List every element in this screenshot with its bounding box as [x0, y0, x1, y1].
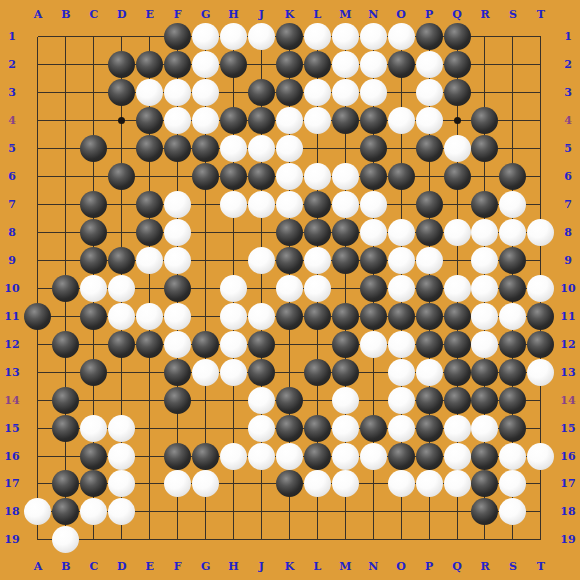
intersection-M4[interactable]: [331, 107, 359, 135]
intersection-D17[interactable]: [108, 470, 136, 498]
intersection-B1[interactable]: [52, 23, 80, 51]
intersection-M9[interactable]: [331, 247, 359, 275]
intersection-N6[interactable]: [359, 163, 387, 191]
intersection-T7[interactable]: [527, 191, 555, 219]
intersection-Q6[interactable]: [443, 163, 471, 191]
intersection-L2[interactable]: [303, 51, 331, 79]
intersection-T2[interactable]: [527, 51, 555, 79]
intersection-C13[interactable]: [80, 358, 108, 386]
intersection-T12[interactable]: [527, 330, 555, 358]
intersection-O15[interactable]: [387, 414, 415, 442]
intersection-B4[interactable]: [52, 107, 80, 135]
intersection-Q10[interactable]: [443, 274, 471, 302]
intersection-L4[interactable]: [303, 107, 331, 135]
intersection-O14[interactable]: [387, 386, 415, 414]
intersection-H4[interactable]: [220, 107, 248, 135]
intersection-F13[interactable]: [164, 358, 192, 386]
intersection-G15[interactable]: [192, 414, 220, 442]
intersection-A17[interactable]: [24, 470, 52, 498]
intersection-J17[interactable]: [248, 470, 276, 498]
intersection-O3[interactable]: [387, 79, 415, 107]
intersection-H12[interactable]: [220, 330, 248, 358]
intersection-T4[interactable]: [527, 107, 555, 135]
intersection-C2[interactable]: [80, 51, 108, 79]
intersection-O17[interactable]: [387, 470, 415, 498]
intersection-B10[interactable]: [52, 274, 80, 302]
intersection-G17[interactable]: [192, 470, 220, 498]
intersection-T17[interactable]: [527, 470, 555, 498]
intersection-A3[interactable]: [24, 79, 52, 107]
intersection-R9[interactable]: [471, 247, 499, 275]
intersection-S1[interactable]: [499, 23, 527, 51]
intersection-O2[interactable]: [387, 51, 415, 79]
intersection-G1[interactable]: [192, 23, 220, 51]
intersection-O9[interactable]: [387, 247, 415, 275]
intersection-D6[interactable]: [108, 163, 136, 191]
intersection-K9[interactable]: [275, 247, 303, 275]
intersection-O11[interactable]: [387, 302, 415, 330]
intersection-K3[interactable]: [275, 79, 303, 107]
intersection-A10[interactable]: [24, 274, 52, 302]
intersection-E17[interactable]: [136, 470, 164, 498]
intersection-S18[interactable]: [499, 498, 527, 526]
intersection-F18[interactable]: [164, 498, 192, 526]
intersection-B14[interactable]: [52, 386, 80, 414]
intersection-K17[interactable]: [275, 470, 303, 498]
intersection-M11[interactable]: [331, 302, 359, 330]
intersection-L3[interactable]: [303, 79, 331, 107]
intersection-A13[interactable]: [24, 358, 52, 386]
intersection-N17[interactable]: [359, 470, 387, 498]
intersection-P16[interactable]: [415, 442, 443, 470]
intersection-R19[interactable]: [471, 526, 499, 554]
intersection-E9[interactable]: [136, 247, 164, 275]
intersection-J10[interactable]: [248, 274, 276, 302]
intersection-J9[interactable]: [248, 247, 276, 275]
intersection-O16[interactable]: [387, 442, 415, 470]
intersection-H17[interactable]: [220, 470, 248, 498]
intersection-T1[interactable]: [527, 23, 555, 51]
intersection-Q2[interactable]: [443, 51, 471, 79]
intersection-C8[interactable]: [80, 219, 108, 247]
intersection-O12[interactable]: [387, 330, 415, 358]
intersection-Q3[interactable]: [443, 79, 471, 107]
intersection-N13[interactable]: [359, 358, 387, 386]
intersection-A14[interactable]: [24, 386, 52, 414]
intersection-Q19[interactable]: [443, 526, 471, 554]
intersection-P6[interactable]: [415, 163, 443, 191]
intersection-L16[interactable]: [303, 442, 331, 470]
intersection-M16[interactable]: [331, 442, 359, 470]
intersection-L17[interactable]: [303, 470, 331, 498]
intersection-E11[interactable]: [136, 302, 164, 330]
intersection-P18[interactable]: [415, 498, 443, 526]
intersection-F10[interactable]: [164, 274, 192, 302]
intersection-H14[interactable]: [220, 386, 248, 414]
intersection-K2[interactable]: [275, 51, 303, 79]
intersection-D3[interactable]: [108, 79, 136, 107]
intersection-D11[interactable]: [108, 302, 136, 330]
intersection-D8[interactable]: [108, 219, 136, 247]
intersection-L15[interactable]: [303, 414, 331, 442]
intersection-P4[interactable]: [415, 107, 443, 135]
intersection-N12[interactable]: [359, 330, 387, 358]
intersection-H6[interactable]: [220, 163, 248, 191]
intersection-H11[interactable]: [220, 302, 248, 330]
intersection-M8[interactable]: [331, 219, 359, 247]
intersection-J15[interactable]: [248, 414, 276, 442]
intersection-G16[interactable]: [192, 442, 220, 470]
intersection-B3[interactable]: [52, 79, 80, 107]
intersection-G14[interactable]: [192, 386, 220, 414]
intersection-R8[interactable]: [471, 219, 499, 247]
intersection-B19[interactable]: [52, 526, 80, 554]
intersection-R11[interactable]: [471, 302, 499, 330]
intersection-N10[interactable]: [359, 274, 387, 302]
intersection-K19[interactable]: [275, 526, 303, 554]
intersection-Q13[interactable]: [443, 358, 471, 386]
intersection-N19[interactable]: [359, 526, 387, 554]
intersection-G4[interactable]: [192, 107, 220, 135]
intersection-T6[interactable]: [527, 163, 555, 191]
intersection-F8[interactable]: [164, 219, 192, 247]
intersection-E19[interactable]: [136, 526, 164, 554]
intersection-P12[interactable]: [415, 330, 443, 358]
intersection-C9[interactable]: [80, 247, 108, 275]
intersection-J11[interactable]: [248, 302, 276, 330]
intersection-H9[interactable]: [220, 247, 248, 275]
intersection-F15[interactable]: [164, 414, 192, 442]
intersection-J19[interactable]: [248, 526, 276, 554]
intersection-F1[interactable]: [164, 23, 192, 51]
intersection-S15[interactable]: [499, 414, 527, 442]
intersection-A15[interactable]: [24, 414, 52, 442]
intersection-E5[interactable]: [136, 135, 164, 163]
intersection-A6[interactable]: [24, 163, 52, 191]
intersection-A7[interactable]: [24, 191, 52, 219]
intersection-B8[interactable]: [52, 219, 80, 247]
intersection-N3[interactable]: [359, 79, 387, 107]
intersection-D1[interactable]: [108, 23, 136, 51]
intersection-A9[interactable]: [24, 247, 52, 275]
intersection-D12[interactable]: [108, 330, 136, 358]
intersection-K4[interactable]: [275, 107, 303, 135]
intersection-S2[interactable]: [499, 51, 527, 79]
intersection-S12[interactable]: [499, 330, 527, 358]
intersection-C6[interactable]: [80, 163, 108, 191]
intersection-S10[interactable]: [499, 274, 527, 302]
intersection-N1[interactable]: [359, 23, 387, 51]
intersection-D19[interactable]: [108, 526, 136, 554]
intersection-O8[interactable]: [387, 219, 415, 247]
intersection-F14[interactable]: [164, 386, 192, 414]
intersection-C10[interactable]: [80, 274, 108, 302]
intersection-S19[interactable]: [499, 526, 527, 554]
intersection-C12[interactable]: [80, 330, 108, 358]
intersection-E8[interactable]: [136, 219, 164, 247]
intersection-H13[interactable]: [220, 358, 248, 386]
intersection-S7[interactable]: [499, 191, 527, 219]
intersection-L8[interactable]: [303, 219, 331, 247]
intersection-Q5[interactable]: [443, 135, 471, 163]
intersection-M6[interactable]: [331, 163, 359, 191]
intersection-B13[interactable]: [52, 358, 80, 386]
intersection-K6[interactable]: [275, 163, 303, 191]
intersection-E1[interactable]: [136, 23, 164, 51]
intersection-N8[interactable]: [359, 219, 387, 247]
intersection-J3[interactable]: [248, 79, 276, 107]
intersection-O6[interactable]: [387, 163, 415, 191]
intersection-A2[interactable]: [24, 51, 52, 79]
intersection-R14[interactable]: [471, 386, 499, 414]
intersection-Q7[interactable]: [443, 191, 471, 219]
intersection-F7[interactable]: [164, 191, 192, 219]
intersection-O4[interactable]: [387, 107, 415, 135]
intersection-L10[interactable]: [303, 274, 331, 302]
intersection-P5[interactable]: [415, 135, 443, 163]
intersection-L1[interactable]: [303, 23, 331, 51]
intersection-Q15[interactable]: [443, 414, 471, 442]
intersection-M5[interactable]: [331, 135, 359, 163]
intersection-N18[interactable]: [359, 498, 387, 526]
intersection-R5[interactable]: [471, 135, 499, 163]
intersection-Q18[interactable]: [443, 498, 471, 526]
intersection-N15[interactable]: [359, 414, 387, 442]
intersection-M19[interactable]: [331, 526, 359, 554]
intersection-D16[interactable]: [108, 442, 136, 470]
intersection-R1[interactable]: [471, 23, 499, 51]
intersection-L5[interactable]: [303, 135, 331, 163]
intersection-T10[interactable]: [527, 274, 555, 302]
intersection-O13[interactable]: [387, 358, 415, 386]
intersection-E10[interactable]: [136, 274, 164, 302]
intersection-A19[interactable]: [24, 526, 52, 554]
intersection-Q14[interactable]: [443, 386, 471, 414]
intersection-F17[interactable]: [164, 470, 192, 498]
intersection-J2[interactable]: [248, 51, 276, 79]
intersection-O19[interactable]: [387, 526, 415, 554]
intersection-N4[interactable]: [359, 107, 387, 135]
intersection-D10[interactable]: [108, 274, 136, 302]
intersection-L11[interactable]: [303, 302, 331, 330]
intersection-R3[interactable]: [471, 79, 499, 107]
intersection-F19[interactable]: [164, 526, 192, 554]
intersection-H3[interactable]: [220, 79, 248, 107]
intersection-A5[interactable]: [24, 135, 52, 163]
intersection-G12[interactable]: [192, 330, 220, 358]
intersection-O10[interactable]: [387, 274, 415, 302]
intersection-M18[interactable]: [331, 498, 359, 526]
intersection-D15[interactable]: [108, 414, 136, 442]
intersection-B9[interactable]: [52, 247, 80, 275]
intersection-J6[interactable]: [248, 163, 276, 191]
intersection-L12[interactable]: [303, 330, 331, 358]
intersection-G8[interactable]: [192, 219, 220, 247]
intersection-R2[interactable]: [471, 51, 499, 79]
intersection-Q4[interactable]: [443, 107, 471, 135]
intersection-M13[interactable]: [331, 358, 359, 386]
intersection-S16[interactable]: [499, 442, 527, 470]
intersection-A16[interactable]: [24, 442, 52, 470]
intersection-S11[interactable]: [499, 302, 527, 330]
intersection-E15[interactable]: [136, 414, 164, 442]
intersection-D7[interactable]: [108, 191, 136, 219]
intersection-Q16[interactable]: [443, 442, 471, 470]
intersection-Q9[interactable]: [443, 247, 471, 275]
intersection-K14[interactable]: [275, 386, 303, 414]
intersection-R4[interactable]: [471, 107, 499, 135]
intersection-J7[interactable]: [248, 191, 276, 219]
intersection-M12[interactable]: [331, 330, 359, 358]
intersection-K7[interactable]: [275, 191, 303, 219]
intersection-H2[interactable]: [220, 51, 248, 79]
intersection-H7[interactable]: [220, 191, 248, 219]
intersection-T18[interactable]: [527, 498, 555, 526]
intersection-D18[interactable]: [108, 498, 136, 526]
intersection-M1[interactable]: [331, 23, 359, 51]
intersection-S13[interactable]: [499, 358, 527, 386]
intersection-K12[interactable]: [275, 330, 303, 358]
intersection-G10[interactable]: [192, 274, 220, 302]
intersection-Q11[interactable]: [443, 302, 471, 330]
intersection-P14[interactable]: [415, 386, 443, 414]
intersection-P7[interactable]: [415, 191, 443, 219]
intersection-A12[interactable]: [24, 330, 52, 358]
intersection-B11[interactable]: [52, 302, 80, 330]
intersection-B7[interactable]: [52, 191, 80, 219]
intersection-K11[interactable]: [275, 302, 303, 330]
intersection-G11[interactable]: [192, 302, 220, 330]
intersection-K16[interactable]: [275, 442, 303, 470]
intersection-J18[interactable]: [248, 498, 276, 526]
intersection-B15[interactable]: [52, 414, 80, 442]
intersection-P10[interactable]: [415, 274, 443, 302]
intersection-E18[interactable]: [136, 498, 164, 526]
intersection-K15[interactable]: [275, 414, 303, 442]
intersection-C5[interactable]: [80, 135, 108, 163]
intersection-C4[interactable]: [80, 107, 108, 135]
intersection-L19[interactable]: [303, 526, 331, 554]
intersection-T3[interactable]: [527, 79, 555, 107]
intersection-A4[interactable]: [24, 107, 52, 135]
intersection-K5[interactable]: [275, 135, 303, 163]
intersection-M10[interactable]: [331, 274, 359, 302]
intersection-E13[interactable]: [136, 358, 164, 386]
intersection-N2[interactable]: [359, 51, 387, 79]
intersection-F12[interactable]: [164, 330, 192, 358]
intersection-S8[interactable]: [499, 219, 527, 247]
intersection-E6[interactable]: [136, 163, 164, 191]
intersection-B5[interactable]: [52, 135, 80, 163]
intersection-P15[interactable]: [415, 414, 443, 442]
intersection-P8[interactable]: [415, 219, 443, 247]
intersection-O7[interactable]: [387, 191, 415, 219]
intersection-B18[interactable]: [52, 498, 80, 526]
intersection-N11[interactable]: [359, 302, 387, 330]
intersection-S14[interactable]: [499, 386, 527, 414]
intersection-S17[interactable]: [499, 470, 527, 498]
intersection-G9[interactable]: [192, 247, 220, 275]
intersection-G5[interactable]: [192, 135, 220, 163]
intersection-M7[interactable]: [331, 191, 359, 219]
intersection-F3[interactable]: [164, 79, 192, 107]
intersection-K13[interactable]: [275, 358, 303, 386]
intersection-C19[interactable]: [80, 526, 108, 554]
intersection-J14[interactable]: [248, 386, 276, 414]
intersection-L14[interactable]: [303, 386, 331, 414]
intersection-E12[interactable]: [136, 330, 164, 358]
intersection-L7[interactable]: [303, 191, 331, 219]
intersection-S6[interactable]: [499, 163, 527, 191]
intersection-G7[interactable]: [192, 191, 220, 219]
intersection-F2[interactable]: [164, 51, 192, 79]
intersection-A8[interactable]: [24, 219, 52, 247]
intersection-P1[interactable]: [415, 23, 443, 51]
intersection-J4[interactable]: [248, 107, 276, 135]
intersection-G6[interactable]: [192, 163, 220, 191]
intersection-R6[interactable]: [471, 163, 499, 191]
intersection-D13[interactable]: [108, 358, 136, 386]
intersection-R10[interactable]: [471, 274, 499, 302]
intersection-G13[interactable]: [192, 358, 220, 386]
intersection-A18[interactable]: [24, 498, 52, 526]
intersection-P9[interactable]: [415, 247, 443, 275]
intersection-T5[interactable]: [527, 135, 555, 163]
intersection-M2[interactable]: [331, 51, 359, 79]
intersection-H15[interactable]: [220, 414, 248, 442]
intersection-N14[interactable]: [359, 386, 387, 414]
intersection-H18[interactable]: [220, 498, 248, 526]
intersection-B17[interactable]: [52, 470, 80, 498]
intersection-G19[interactable]: [192, 526, 220, 554]
intersection-O1[interactable]: [387, 23, 415, 51]
intersection-K10[interactable]: [275, 274, 303, 302]
intersection-L9[interactable]: [303, 247, 331, 275]
intersection-L18[interactable]: [303, 498, 331, 526]
intersection-C11[interactable]: [80, 302, 108, 330]
intersection-E2[interactable]: [136, 51, 164, 79]
intersection-A1[interactable]: [24, 23, 52, 51]
intersection-E4[interactable]: [136, 107, 164, 135]
intersection-D14[interactable]: [108, 386, 136, 414]
intersection-N7[interactable]: [359, 191, 387, 219]
intersection-E7[interactable]: [136, 191, 164, 219]
intersection-C15[interactable]: [80, 414, 108, 442]
intersection-K18[interactable]: [275, 498, 303, 526]
go-board[interactable]: [24, 23, 555, 554]
intersection-L13[interactable]: [303, 358, 331, 386]
intersection-D4[interactable]: [108, 107, 136, 135]
intersection-R12[interactable]: [471, 330, 499, 358]
intersection-R15[interactable]: [471, 414, 499, 442]
intersection-P17[interactable]: [415, 470, 443, 498]
intersection-K1[interactable]: [275, 23, 303, 51]
intersection-R16[interactable]: [471, 442, 499, 470]
intersection-T9[interactable]: [527, 247, 555, 275]
intersection-J13[interactable]: [248, 358, 276, 386]
intersection-T11[interactable]: [527, 302, 555, 330]
intersection-R17[interactable]: [471, 470, 499, 498]
intersection-E3[interactable]: [136, 79, 164, 107]
intersection-T8[interactable]: [527, 219, 555, 247]
intersection-C7[interactable]: [80, 191, 108, 219]
intersection-B12[interactable]: [52, 330, 80, 358]
intersection-C1[interactable]: [80, 23, 108, 51]
intersection-S4[interactable]: [499, 107, 527, 135]
intersection-E16[interactable]: [136, 442, 164, 470]
intersection-K8[interactable]: [275, 219, 303, 247]
intersection-P2[interactable]: [415, 51, 443, 79]
